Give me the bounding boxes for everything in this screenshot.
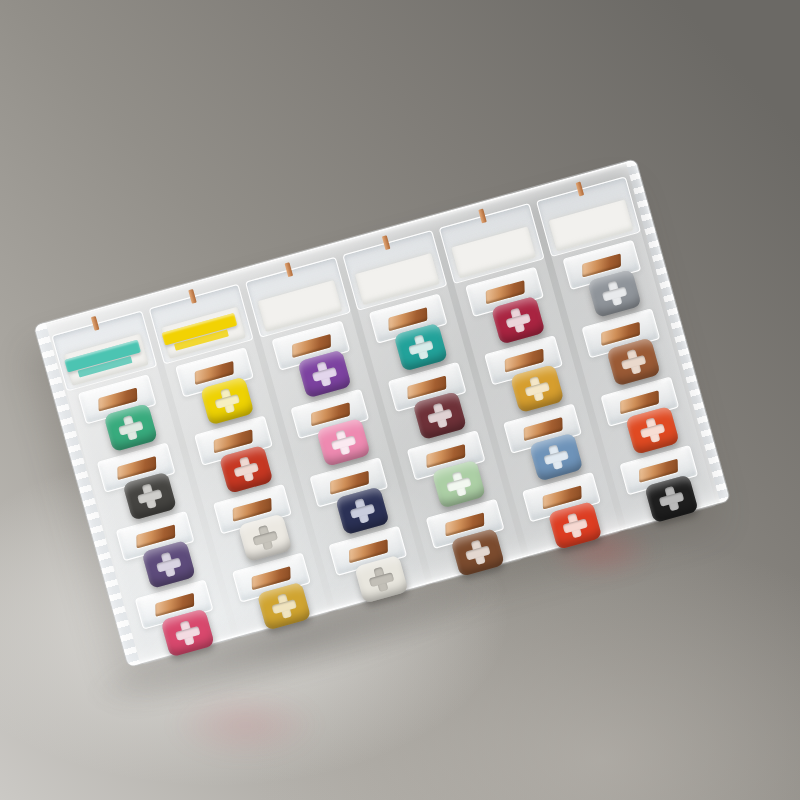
copper-contact-pin	[478, 209, 487, 224]
cross-hole-icon	[116, 413, 146, 443]
copper-contact-pin	[575, 182, 584, 197]
cross-hole-icon	[135, 481, 165, 511]
cross-hole-icon	[154, 550, 184, 580]
cross-hole-icon	[232, 455, 262, 485]
copper-contact-pin	[285, 262, 294, 277]
copper-contact-pin	[188, 289, 197, 304]
copper-contact-pin	[91, 316, 100, 331]
pink-fuse-reflection	[170, 690, 320, 760]
cross-hole-icon	[638, 416, 668, 446]
studio-backdrop	[0, 0, 800, 800]
cross-hole-icon	[270, 591, 300, 621]
cross-hole-icon	[503, 306, 533, 336]
cross-hole-icon	[213, 386, 243, 416]
cross-hole-icon	[347, 496, 377, 526]
cross-hole-icon	[173, 618, 203, 648]
cross-hole-icon	[425, 401, 455, 431]
cross-hole-icon	[657, 484, 687, 514]
cross-hole-icon	[541, 442, 571, 472]
cross-hole-icon	[560, 511, 590, 541]
cross-hole-icon	[463, 538, 493, 568]
cross-hole-icon	[366, 565, 396, 595]
cross-hole-icon	[444, 469, 474, 499]
copper-contact-pin	[381, 235, 390, 250]
cross-hole-icon	[619, 347, 649, 377]
cross-hole-icon	[309, 359, 339, 389]
cross-hole-icon	[600, 279, 630, 309]
cross-hole-icon	[406, 332, 436, 362]
cross-hole-icon	[251, 523, 281, 553]
cross-hole-icon	[522, 374, 552, 404]
cross-hole-icon	[328, 428, 358, 458]
